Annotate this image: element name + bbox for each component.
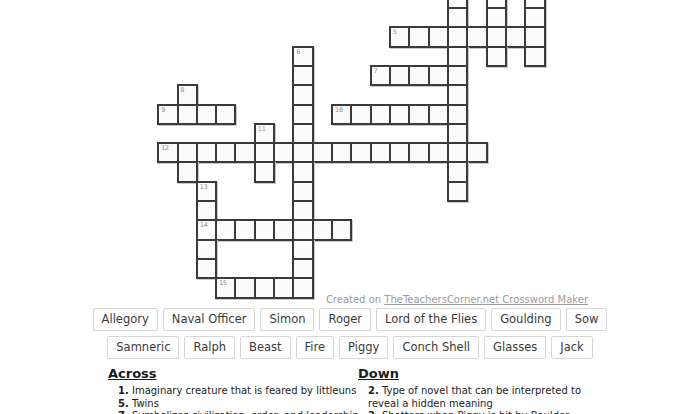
grid-cell (447, 104, 468, 125)
grid-cell (447, 26, 468, 47)
grid-cell (273, 219, 294, 240)
grid-cell: 6 (292, 46, 313, 67)
grid-cell (292, 161, 313, 182)
grid-cell (408, 26, 429, 47)
grid-cell (428, 104, 449, 125)
across-heading: Across (108, 366, 382, 381)
grid-cell (370, 104, 391, 125)
grid-cell: 15 (215, 277, 236, 298)
grid-cell (486, 46, 507, 67)
grid-cell: 11 (254, 123, 275, 144)
grid-cell (292, 219, 313, 240)
cell-number: 11 (258, 125, 266, 133)
grid-cell (408, 104, 429, 125)
grid-cell (447, 65, 468, 86)
down-heading: Down (358, 366, 606, 381)
attribution-link[interactable]: TheTeachersCorner.net Crossword Maker (384, 294, 588, 305)
grid-cell (389, 142, 410, 163)
grid-cell (524, 46, 545, 67)
word-bank-word: Sow (566, 308, 608, 331)
grid-cell (292, 104, 313, 125)
grid-cell (196, 239, 217, 260)
clue-item: 5. Twins (118, 398, 382, 411)
grid-cell (447, 142, 468, 163)
cell-number: 14 (200, 221, 208, 229)
grid-cell (254, 142, 275, 163)
word-bank-word: Jack (551, 336, 592, 359)
grid-cell (466, 142, 487, 163)
word-bank-word: Conch Shell (393, 336, 479, 359)
grid-cell (428, 26, 449, 47)
grid-cell (254, 277, 275, 298)
grid-cell: 12 (157, 142, 178, 163)
grid-cell (273, 277, 294, 298)
grid-cell (428, 65, 449, 86)
grid-cell (292, 200, 313, 221)
grid-cell (486, 26, 507, 47)
grid-cell (234, 219, 255, 240)
grid-cell (389, 104, 410, 125)
word-bank-word: Goulding (491, 308, 561, 331)
word-bank-row-2: SamnericRalphBeastFirePiggyConch ShellGl… (0, 336, 700, 359)
grid-cell: 13 (196, 181, 217, 202)
grid-cell (254, 161, 275, 182)
cell-number: 5 (393, 28, 397, 36)
clue-item: 1. Imaginary creature that is feared by … (118, 385, 382, 398)
grid-cell (466, 26, 487, 47)
grid-cell (389, 65, 410, 86)
word-bank-row-1: AllegoryNaval OfficerSimonRogerLord of t… (0, 308, 700, 331)
grid-cell (370, 142, 391, 163)
down-clues: Down 2. Type of novel that can be interp… (358, 366, 606, 414)
grid-cell (215, 142, 236, 163)
grid-cell (447, 181, 468, 202)
grid-cell (447, 7, 468, 28)
word-bank-word: Beast (240, 336, 291, 359)
grid-cell (331, 142, 352, 163)
clue-item: 3. Shatters when Piggy is hit by Boulder (368, 410, 606, 414)
grid-cell (408, 65, 429, 86)
word-bank-word: Simon (260, 308, 314, 331)
grid-cell: 14 (196, 219, 217, 240)
grid-cell (312, 219, 333, 240)
grid-cell (292, 84, 313, 105)
grid-cell (292, 142, 313, 163)
grid-cell (177, 142, 198, 163)
grid-cell (447, 84, 468, 105)
grid-cell (215, 104, 236, 125)
grid-cell (428, 142, 449, 163)
word-bank-word: Lord of the Flies (376, 308, 486, 331)
grid-cell (312, 142, 333, 163)
grid-cell (292, 239, 313, 260)
grid-cell (292, 123, 313, 144)
word-bank-word: Piggy (339, 336, 388, 359)
word-bank-word: Roger (319, 308, 371, 331)
grid-cell (524, 7, 545, 28)
grid-cell (196, 258, 217, 279)
grid-cell (505, 26, 526, 47)
grid-cell: 5 (389, 26, 410, 47)
cell-number: 15 (219, 279, 227, 287)
cell-number: 6 (296, 48, 300, 56)
grid-cell (177, 104, 198, 125)
grid-cell (234, 277, 255, 298)
grid-cell (177, 161, 198, 182)
grid-cell: 9 (157, 104, 178, 125)
grid-cell (215, 219, 236, 240)
cell-number: 13 (200, 183, 208, 191)
grid-cell (350, 104, 371, 125)
grid-cell (196, 200, 217, 221)
word-bank-word: Samneric (107, 336, 179, 359)
grid-cell (196, 104, 217, 125)
clue-item: 2. Type of novel that can be interpreted… (368, 385, 606, 410)
grid-cell (447, 123, 468, 144)
grid-cell: 10 (331, 104, 352, 125)
grid-cell (292, 258, 313, 279)
attribution-prefix: Created on (326, 294, 384, 305)
cell-number: 7 (374, 67, 378, 75)
grid-cell: 8 (177, 84, 198, 105)
grid-cell (350, 142, 371, 163)
word-bank-word: Ralph (184, 336, 235, 359)
grid-cell (196, 142, 217, 163)
across-clue-list: 1. Imaginary creature that is feared by … (108, 385, 382, 414)
cell-number: 10 (335, 106, 343, 114)
grid-cell (408, 142, 429, 163)
grid-cell (486, 7, 507, 28)
across-clues: Across 1. Imaginary creature that is fea… (108, 366, 382, 414)
grid-cell (447, 46, 468, 67)
attribution: Created on TheTeachersCorner.net Crosswo… (326, 294, 588, 305)
grid-cell (524, 26, 545, 47)
word-bank-word: Naval Officer (163, 308, 256, 331)
cell-number: 12 (161, 144, 169, 152)
grid-cell (254, 219, 275, 240)
grid-cell (447, 161, 468, 182)
word-bank-word: Glasses (484, 336, 546, 359)
cell-number: 9 (161, 106, 165, 114)
word-bank-word: Allegory (93, 308, 158, 331)
word-bank-word: Fire (296, 336, 335, 359)
grid-cell (292, 277, 313, 298)
grid-cell (292, 65, 313, 86)
grid-cell (331, 219, 352, 240)
grid-cell (234, 142, 255, 163)
grid-cell (273, 142, 294, 163)
grid-cell (292, 181, 313, 202)
crossword-page: 56789101112131415 Created on TheTeachers… (0, 0, 700, 414)
down-clue-list: 2. Type of novel that can be interpreted… (358, 385, 606, 414)
cell-number: 8 (181, 86, 185, 94)
clue-item: 7. Symbolizes civilization, order, and l… (118, 410, 382, 414)
grid-cell: 7 (370, 65, 391, 86)
